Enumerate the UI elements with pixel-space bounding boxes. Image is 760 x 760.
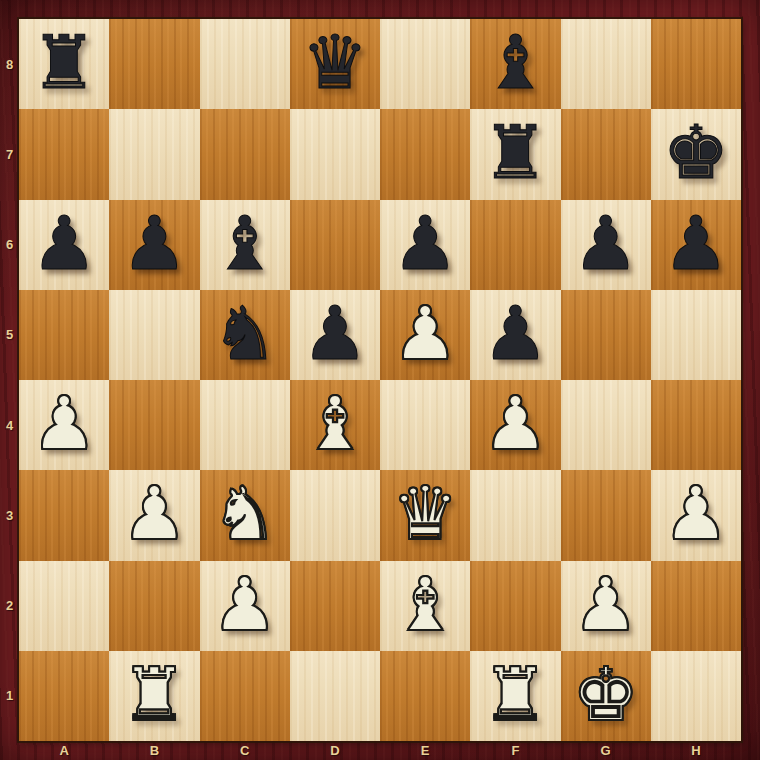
- black-pawn[interactable]: ♟: [31, 206, 97, 280]
- rank-label-4: 4: [0, 380, 19, 470]
- square-d1[interactable]: [290, 651, 380, 741]
- square-f3[interactable]: [470, 470, 560, 560]
- square-f8[interactable]: ♝: [470, 19, 560, 109]
- rank-labels: 87654321: [0, 19, 19, 741]
- file-label-c: C: [200, 741, 290, 760]
- black-rook[interactable]: ♜: [482, 115, 548, 189]
- white-rook[interactable]: ♜: [121, 657, 187, 731]
- square-c6[interactable]: ♝: [200, 200, 290, 290]
- black-pawn[interactable]: ♟: [121, 206, 187, 280]
- black-pawn[interactable]: ♟: [302, 296, 368, 370]
- square-e1[interactable]: [380, 651, 470, 741]
- rank-label-6: 6: [0, 200, 19, 290]
- square-c2[interactable]: ♟: [200, 561, 290, 651]
- square-g3[interactable]: [561, 470, 651, 560]
- file-label-a: A: [19, 741, 109, 760]
- rank-label-1: 1: [0, 651, 19, 741]
- rank-label-7: 7: [0, 109, 19, 199]
- square-b4[interactable]: [109, 380, 199, 470]
- file-label-e: E: [380, 741, 470, 760]
- white-rook[interactable]: ♜: [482, 657, 548, 731]
- square-h3[interactable]: ♟: [651, 470, 741, 560]
- square-h4[interactable]: [651, 380, 741, 470]
- square-f5[interactable]: ♟: [470, 290, 560, 380]
- square-h1[interactable]: [651, 651, 741, 741]
- square-b3[interactable]: ♟: [109, 470, 199, 560]
- square-c3[interactable]: ♞: [200, 470, 290, 560]
- white-pawn[interactable]: ♟: [211, 567, 277, 641]
- square-a7[interactable]: [19, 109, 109, 199]
- white-knight[interactable]: ♞: [211, 476, 277, 550]
- square-d7[interactable]: [290, 109, 380, 199]
- square-b1[interactable]: ♜: [109, 651, 199, 741]
- square-a1[interactable]: [19, 651, 109, 741]
- square-g5[interactable]: [561, 290, 651, 380]
- rank-label-2: 2: [0, 561, 19, 651]
- square-g2[interactable]: ♟: [561, 561, 651, 651]
- square-e5[interactable]: ♟: [380, 290, 470, 380]
- square-e6[interactable]: ♟: [380, 200, 470, 290]
- square-a4[interactable]: ♟: [19, 380, 109, 470]
- square-a6[interactable]: ♟: [19, 200, 109, 290]
- square-h8[interactable]: [651, 19, 741, 109]
- square-b6[interactable]: ♟: [109, 200, 199, 290]
- rank-label-5: 5: [0, 290, 19, 380]
- square-e7[interactable]: [380, 109, 470, 199]
- black-pawn[interactable]: ♟: [392, 206, 458, 280]
- black-bishop[interactable]: ♝: [211, 206, 277, 280]
- chess-board-frame: 87654321 ♜♛♝♜♚♟♟♝♟♟♟♞♟♟♟♟♝♟♟♞♛♟♟♝♟♜♜♚ AB…: [0, 0, 760, 760]
- file-label-f: F: [470, 741, 560, 760]
- square-a2[interactable]: [19, 561, 109, 651]
- square-d6[interactable]: [290, 200, 380, 290]
- square-f7[interactable]: ♜: [470, 109, 560, 199]
- square-c7[interactable]: [200, 109, 290, 199]
- square-g7[interactable]: [561, 109, 651, 199]
- white-king[interactable]: ♚: [572, 657, 638, 731]
- white-pawn[interactable]: ♟: [482, 386, 548, 460]
- square-b7[interactable]: [109, 109, 199, 199]
- square-e2[interactable]: ♝: [380, 561, 470, 651]
- square-b2[interactable]: [109, 561, 199, 651]
- square-g4[interactable]: [561, 380, 651, 470]
- square-f6[interactable]: [470, 200, 560, 290]
- square-d8[interactable]: ♛: [290, 19, 380, 109]
- white-pawn[interactable]: ♟: [392, 296, 458, 370]
- square-d4[interactable]: ♝: [290, 380, 380, 470]
- square-c1[interactable]: [200, 651, 290, 741]
- rank-label-3: 3: [0, 470, 19, 560]
- black-knight[interactable]: ♞: [211, 296, 277, 370]
- square-c5[interactable]: ♞: [200, 290, 290, 380]
- white-pawn[interactable]: ♟: [121, 476, 187, 550]
- white-bishop[interactable]: ♝: [392, 567, 458, 641]
- square-h7[interactable]: ♚: [651, 109, 741, 199]
- square-e3[interactable]: ♛: [380, 470, 470, 560]
- square-f4[interactable]: ♟: [470, 380, 560, 470]
- square-g6[interactable]: ♟: [561, 200, 651, 290]
- white-bishop[interactable]: ♝: [302, 386, 368, 460]
- black-bishop[interactable]: ♝: [482, 25, 548, 99]
- black-pawn[interactable]: ♟: [482, 296, 548, 370]
- square-c8[interactable]: [200, 19, 290, 109]
- square-d3[interactable]: [290, 470, 380, 560]
- rank-label-8: 8: [0, 19, 19, 109]
- black-rook[interactable]: ♜: [31, 25, 97, 99]
- board: ♜♛♝♜♚♟♟♝♟♟♟♞♟♟♟♟♝♟♟♞♛♟♟♝♟♜♜♚: [19, 19, 741, 741]
- square-h2[interactable]: [651, 561, 741, 651]
- square-e4[interactable]: [380, 380, 470, 470]
- square-e8[interactable]: [380, 19, 470, 109]
- square-g8[interactable]: [561, 19, 651, 109]
- black-king[interactable]: ♚: [663, 115, 729, 189]
- square-g1[interactable]: ♚: [561, 651, 651, 741]
- file-label-h: H: [651, 741, 741, 760]
- square-b5[interactable]: [109, 290, 199, 380]
- square-h6[interactable]: ♟: [651, 200, 741, 290]
- white-pawn[interactable]: ♟: [31, 386, 97, 460]
- black-queen[interactable]: ♛: [302, 25, 368, 99]
- square-a3[interactable]: [19, 470, 109, 560]
- white-queen[interactable]: ♛: [392, 476, 458, 550]
- white-pawn[interactable]: ♟: [572, 567, 638, 641]
- square-h5[interactable]: [651, 290, 741, 380]
- black-pawn[interactable]: ♟: [572, 206, 638, 280]
- square-f1[interactable]: ♜: [470, 651, 560, 741]
- white-pawn[interactable]: ♟: [663, 476, 729, 550]
- square-a8[interactable]: ♜: [19, 19, 109, 109]
- square-d2[interactable]: [290, 561, 380, 651]
- file-labels: ABCDEFGH: [19, 741, 741, 760]
- square-b8[interactable]: [109, 19, 199, 109]
- square-c4[interactable]: [200, 380, 290, 470]
- black-pawn[interactable]: ♟: [663, 206, 729, 280]
- square-d5[interactable]: ♟: [290, 290, 380, 380]
- file-label-g: G: [561, 741, 651, 760]
- square-a5[interactable]: [19, 290, 109, 380]
- file-label-b: B: [109, 741, 199, 760]
- file-label-d: D: [290, 741, 380, 760]
- square-f2[interactable]: [470, 561, 560, 651]
